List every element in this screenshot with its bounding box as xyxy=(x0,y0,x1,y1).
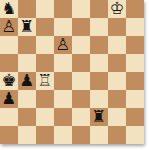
square-c3[interactable] xyxy=(36,90,54,108)
square-h1[interactable] xyxy=(126,126,144,144)
square-f2[interactable]: ♜ xyxy=(90,108,108,126)
square-c4[interactable]: ♖ xyxy=(36,72,54,90)
square-d1[interactable] xyxy=(54,126,72,144)
piece-black-knight[interactable]: ♞ xyxy=(2,0,17,18)
square-e4[interactable] xyxy=(72,72,90,90)
square-c6[interactable] xyxy=(36,36,54,54)
square-g5[interactable] xyxy=(108,54,126,72)
chess-diagram: ♞♔♙♜♙♚♟♖♟♜ xyxy=(0,0,149,150)
square-f4[interactable] xyxy=(90,72,108,90)
square-h6[interactable] xyxy=(126,36,144,54)
square-e5[interactable] xyxy=(72,54,90,72)
square-b5[interactable] xyxy=(18,54,36,72)
square-c2[interactable] xyxy=(36,108,54,126)
square-d6[interactable]: ♙ xyxy=(54,36,72,54)
square-b8[interactable] xyxy=(18,0,36,18)
square-c8[interactable] xyxy=(36,0,54,18)
square-f7[interactable] xyxy=(90,18,108,36)
square-d4[interactable] xyxy=(54,72,72,90)
square-e3[interactable] xyxy=(72,90,90,108)
square-a2[interactable] xyxy=(0,108,18,126)
square-e1[interactable] xyxy=(72,126,90,144)
chess-board: ♞♔♙♜♙♚♟♖♟♜ xyxy=(0,0,144,144)
piece-black-pawn[interactable]: ♟ xyxy=(20,72,35,90)
square-a8[interactable]: ♞ xyxy=(0,0,18,18)
square-g6[interactable] xyxy=(108,36,126,54)
square-e8[interactable] xyxy=(72,0,90,18)
square-h5[interactable] xyxy=(126,54,144,72)
square-a1[interactable] xyxy=(0,126,18,144)
piece-black-pawn[interactable]: ♟ xyxy=(2,90,17,108)
square-h3[interactable] xyxy=(126,90,144,108)
piece-black-rook[interactable]: ♜ xyxy=(92,108,107,126)
square-b2[interactable] xyxy=(18,108,36,126)
square-d2[interactable] xyxy=(54,108,72,126)
square-a5[interactable] xyxy=(0,54,18,72)
square-a4[interactable]: ♚ xyxy=(0,72,18,90)
square-b6[interactable] xyxy=(18,36,36,54)
square-g8[interactable]: ♔ xyxy=(108,0,126,18)
square-d5[interactable] xyxy=(54,54,72,72)
square-d3[interactable] xyxy=(54,90,72,108)
square-f1[interactable] xyxy=(90,126,108,144)
piece-white-rook[interactable]: ♖ xyxy=(38,72,53,90)
square-c5[interactable] xyxy=(36,54,54,72)
piece-white-pawn[interactable]: ♙ xyxy=(2,18,17,36)
square-h7[interactable] xyxy=(126,18,144,36)
square-a6[interactable] xyxy=(0,36,18,54)
square-h8[interactable] xyxy=(126,0,144,18)
square-e7[interactable] xyxy=(72,18,90,36)
square-c1[interactable] xyxy=(36,126,54,144)
square-d7[interactable] xyxy=(54,18,72,36)
square-d8[interactable] xyxy=(54,0,72,18)
square-c7[interactable] xyxy=(36,18,54,36)
square-g7[interactable] xyxy=(108,18,126,36)
square-g3[interactable] xyxy=(108,90,126,108)
square-g4[interactable] xyxy=(108,72,126,90)
square-f8[interactable] xyxy=(90,0,108,18)
square-f6[interactable] xyxy=(90,36,108,54)
square-b7[interactable]: ♜ xyxy=(18,18,36,36)
square-g2[interactable] xyxy=(108,108,126,126)
square-h4[interactable] xyxy=(126,72,144,90)
piece-black-rook[interactable]: ♜ xyxy=(20,18,35,36)
piece-black-king[interactable]: ♚ xyxy=(2,72,17,90)
square-f3[interactable] xyxy=(90,90,108,108)
square-e2[interactable] xyxy=(72,108,90,126)
square-f5[interactable] xyxy=(90,54,108,72)
square-b1[interactable] xyxy=(18,126,36,144)
piece-white-pawn[interactable]: ♙ xyxy=(56,36,71,54)
square-b3[interactable] xyxy=(18,90,36,108)
piece-white-king[interactable]: ♔ xyxy=(110,0,125,18)
square-h2[interactable] xyxy=(126,108,144,126)
square-e6[interactable] xyxy=(72,36,90,54)
square-a7[interactable]: ♙ xyxy=(0,18,18,36)
square-g1[interactable] xyxy=(108,126,126,144)
square-b4[interactable]: ♟ xyxy=(18,72,36,90)
square-a3[interactable]: ♟ xyxy=(0,90,18,108)
